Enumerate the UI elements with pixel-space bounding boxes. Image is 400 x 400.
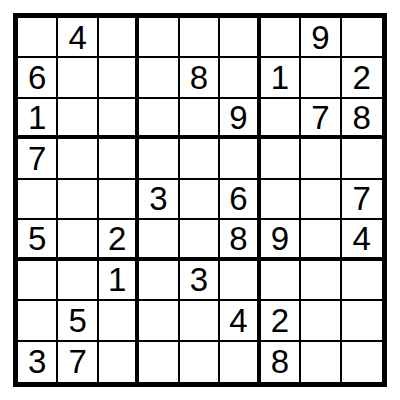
cell-r7c4-empty[interactable] xyxy=(139,261,179,301)
cell-r9c2-given[interactable]: 7 xyxy=(58,342,98,382)
cell-r3c7-empty[interactable] xyxy=(261,99,301,139)
cell-r6c3-given[interactable]: 2 xyxy=(99,220,139,260)
cell-r4c5-empty[interactable] xyxy=(180,139,220,179)
cell-r2c8-empty[interactable] xyxy=(301,58,341,98)
cell-r4c4-empty[interactable] xyxy=(139,139,179,179)
cell-r8c3-empty[interactable] xyxy=(99,301,139,341)
cell-r5c5-empty[interactable] xyxy=(180,180,220,220)
cell-r9c8-empty[interactable] xyxy=(301,342,341,382)
sudoku-board: 496812197873675289413542378 xyxy=(13,13,387,387)
cell-r3c1-given[interactable]: 1 xyxy=(18,99,58,139)
cell-r8c1-empty[interactable] xyxy=(18,301,58,341)
cell-r4c7-empty[interactable] xyxy=(261,139,301,179)
cell-r6c7-given[interactable]: 9 xyxy=(261,220,301,260)
cell-r9c3-empty[interactable] xyxy=(99,342,139,382)
cell-r9c5-empty[interactable] xyxy=(180,342,220,382)
cell-r5c3-empty[interactable] xyxy=(99,180,139,220)
cell-r5c4-given[interactable]: 3 xyxy=(139,180,179,220)
cell-r2c1-given[interactable]: 6 xyxy=(18,58,58,98)
cell-r1c5-empty[interactable] xyxy=(180,18,220,58)
cell-r3c8-given[interactable]: 7 xyxy=(301,99,341,139)
cell-r1c9-empty[interactable] xyxy=(342,18,382,58)
cell-r9c4-empty[interactable] xyxy=(139,342,179,382)
cell-r6c4-empty[interactable] xyxy=(139,220,179,260)
cell-r6c9-given[interactable]: 4 xyxy=(342,220,382,260)
cell-r1c6-empty[interactable] xyxy=(220,18,260,58)
cell-r5c2-empty[interactable] xyxy=(58,180,98,220)
cell-r2c9-given[interactable]: 2 xyxy=(342,58,382,98)
cell-r1c1-empty[interactable] xyxy=(18,18,58,58)
cell-r8c8-empty[interactable] xyxy=(301,301,341,341)
cell-r6c5-empty[interactable] xyxy=(180,220,220,260)
cell-r7c5-given[interactable]: 3 xyxy=(180,261,220,301)
cell-r9c1-given[interactable]: 3 xyxy=(18,342,58,382)
cell-r5c6-given[interactable]: 6 xyxy=(220,180,260,220)
cell-r8c5-empty[interactable] xyxy=(180,301,220,341)
cell-r7c7-empty[interactable] xyxy=(261,261,301,301)
cell-r7c8-empty[interactable] xyxy=(301,261,341,301)
cell-r4c3-empty[interactable] xyxy=(99,139,139,179)
page-background: 496812197873675289413542378 xyxy=(0,0,400,400)
cell-r1c8-given[interactable]: 9 xyxy=(301,18,341,58)
cell-r4c8-empty[interactable] xyxy=(301,139,341,179)
cell-r7c2-empty[interactable] xyxy=(58,261,98,301)
cell-r9c9-empty[interactable] xyxy=(342,342,382,382)
cell-r2c6-empty[interactable] xyxy=(220,58,260,98)
cell-r7c6-empty[interactable] xyxy=(220,261,260,301)
cell-r6c2-empty[interactable] xyxy=(58,220,98,260)
cell-r1c4-empty[interactable] xyxy=(139,18,179,58)
cell-r2c5-given[interactable]: 8 xyxy=(180,58,220,98)
cell-r5c1-empty[interactable] xyxy=(18,180,58,220)
cell-r9c6-empty[interactable] xyxy=(220,342,260,382)
cell-r3c2-empty[interactable] xyxy=(58,99,98,139)
cell-r2c7-given[interactable]: 1 xyxy=(261,58,301,98)
cell-r8c7-given[interactable]: 2 xyxy=(261,301,301,341)
cell-r4c2-empty[interactable] xyxy=(58,139,98,179)
cell-r3c6-given[interactable]: 9 xyxy=(220,99,260,139)
cell-r4c9-empty[interactable] xyxy=(342,139,382,179)
cell-r9c7-given[interactable]: 8 xyxy=(261,342,301,382)
cell-r4c6-empty[interactable] xyxy=(220,139,260,179)
cell-r1c7-empty[interactable] xyxy=(261,18,301,58)
cell-r8c4-empty[interactable] xyxy=(139,301,179,341)
cell-r5c9-given[interactable]: 7 xyxy=(342,180,382,220)
cell-r6c1-given[interactable]: 5 xyxy=(18,220,58,260)
cell-r1c2-given[interactable]: 4 xyxy=(58,18,98,58)
cell-r8c9-empty[interactable] xyxy=(342,301,382,341)
cell-r2c4-empty[interactable] xyxy=(139,58,179,98)
cell-r3c5-empty[interactable] xyxy=(180,99,220,139)
cell-r5c7-empty[interactable] xyxy=(261,180,301,220)
cell-r8c6-given[interactable]: 4 xyxy=(220,301,260,341)
cell-r1c3-empty[interactable] xyxy=(99,18,139,58)
cell-r3c3-empty[interactable] xyxy=(99,99,139,139)
cell-r6c8-empty[interactable] xyxy=(301,220,341,260)
cell-r5c8-empty[interactable] xyxy=(301,180,341,220)
cell-r3c4-empty[interactable] xyxy=(139,99,179,139)
cell-r6c6-given[interactable]: 8 xyxy=(220,220,260,260)
cell-r3c9-given[interactable]: 8 xyxy=(342,99,382,139)
cell-r2c2-empty[interactable] xyxy=(58,58,98,98)
cell-r7c1-empty[interactable] xyxy=(18,261,58,301)
cell-r2c3-empty[interactable] xyxy=(99,58,139,98)
cell-r7c3-given[interactable]: 1 xyxy=(99,261,139,301)
cell-r4c1-given[interactable]: 7 xyxy=(18,139,58,179)
cell-r7c9-empty[interactable] xyxy=(342,261,382,301)
cell-r8c2-given[interactable]: 5 xyxy=(58,301,98,341)
